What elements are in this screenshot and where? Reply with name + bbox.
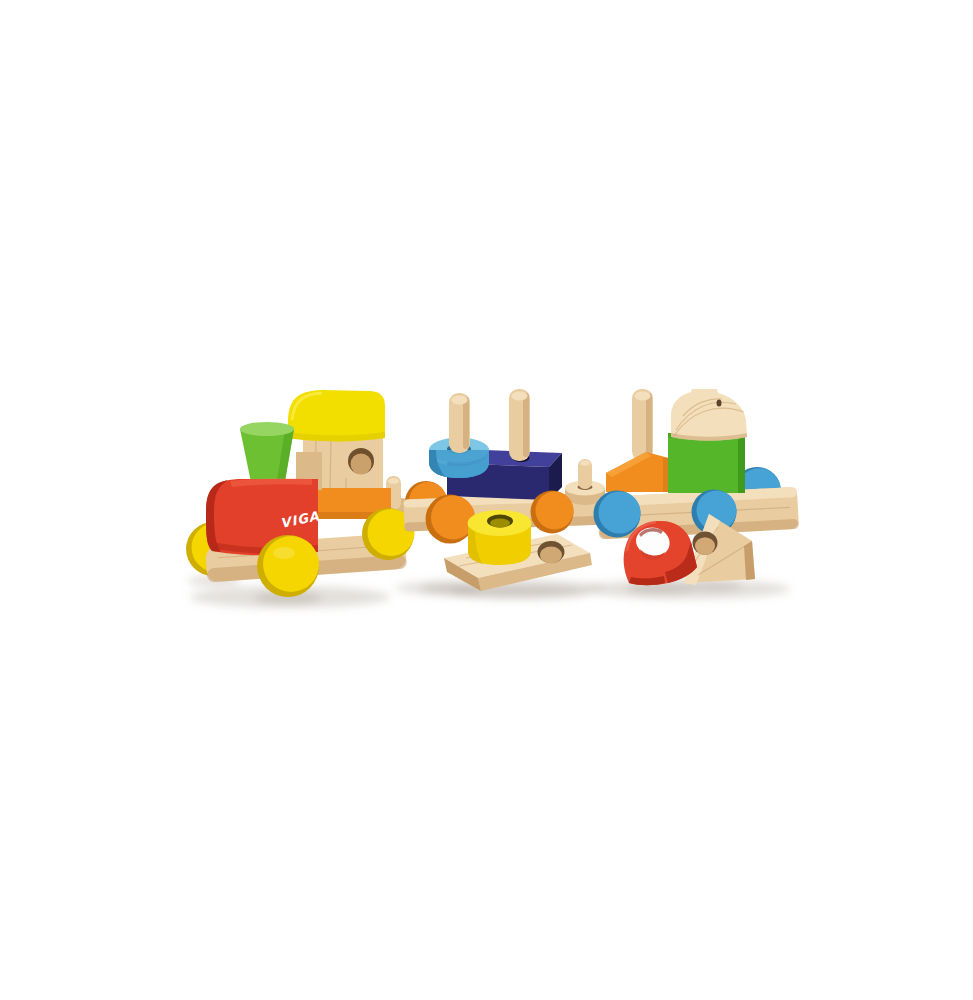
hitch-peg [578,459,592,489]
tall-peg [632,389,653,461]
green-cube [668,433,745,493]
toy-train-illustration: VIGA [0,0,973,1000]
flatcar2-left-wheel [594,491,641,538]
flatcar1-right-wheel [531,491,574,534]
loco-front-wheel [257,535,319,597]
loco-roof [288,390,385,441]
yellow-ring-hole [487,515,513,528]
yellow-ring [468,510,532,565]
blue-ring-peg [449,393,470,453]
navy-block-peg [509,389,530,461]
product-photo: VIGA [0,0,973,1000]
